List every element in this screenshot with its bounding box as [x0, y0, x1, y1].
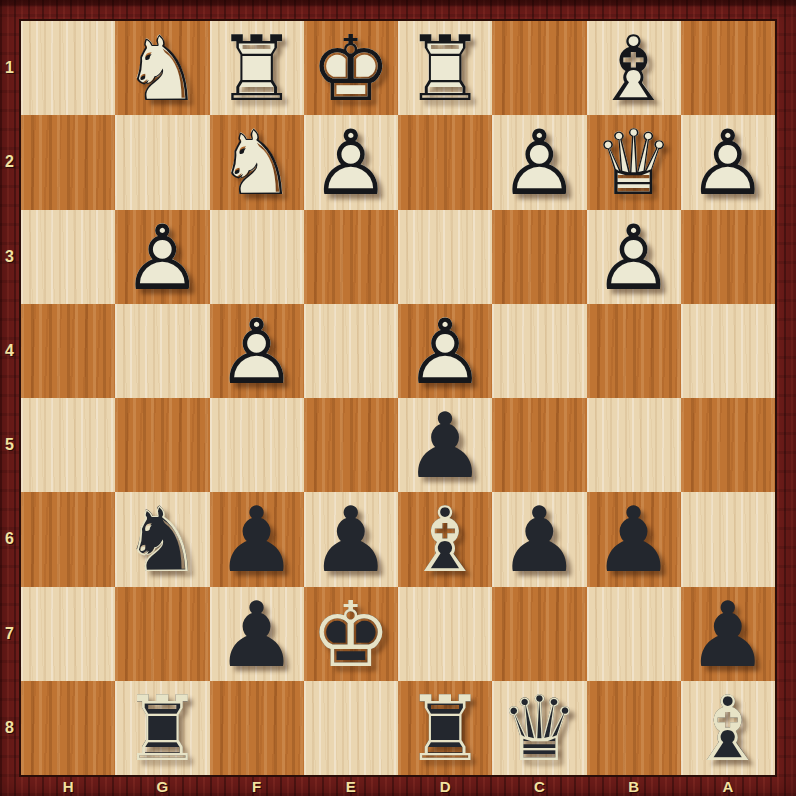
white-king-e1[interactable]: ♚♔	[304, 21, 398, 115]
square-a6[interactable]	[681, 492, 775, 586]
square-a2[interactable]: ♟♙	[681, 115, 775, 209]
square-g1[interactable]: ♞♘	[115, 21, 209, 115]
black-king-e7[interactable]: ♚♔	[304, 587, 398, 681]
square-g3[interactable]: ♟♙	[115, 210, 209, 304]
square-c2[interactable]: ♟♙	[492, 115, 586, 209]
file-label-b: B	[587, 777, 681, 796]
square-a7[interactable]: ♟	[681, 587, 775, 681]
white-pawn-detail-icon: ♙	[398, 305, 492, 399]
square-b3[interactable]: ♟♙	[587, 210, 681, 304]
white-queen-icon: ♛	[587, 116, 681, 210]
black-rook-d8[interactable]: ♜♖	[398, 681, 492, 775]
black-pawn-c6[interactable]: ♟	[492, 492, 586, 586]
chess-board: ♞♘♜♖♚♔♜♖♝♗♞♘♟♙♟♙♛♕♟♙♟♙♟♙♟♙♟♙♟♞♘♟♟♝♗♟♟♟♚♔…	[19, 19, 777, 777]
black-queen-c8[interactable]: ♛♕	[492, 681, 586, 775]
white-king-icon: ♚	[304, 22, 398, 116]
rank-label-5: 5	[0, 398, 19, 492]
square-g7[interactable]	[115, 587, 209, 681]
square-b4[interactable]	[587, 304, 681, 398]
black-pawn-icon: ♟	[587, 493, 681, 587]
white-bishop-b1[interactable]: ♝♗	[587, 21, 681, 115]
white-pawn-icon: ♟	[492, 116, 586, 210]
square-h5[interactable]	[21, 398, 115, 492]
black-pawn-icon: ♟	[210, 588, 304, 682]
black-king-icon: ♚	[304, 588, 398, 682]
black-pawn-icon: ♟	[398, 399, 492, 493]
file-label-e: E	[304, 777, 398, 796]
white-knight-detail-icon: ♘	[210, 116, 304, 210]
black-bishop-icon: ♝	[398, 493, 492, 587]
white-pawn-detail-icon: ♙	[587, 211, 681, 305]
rank-label-3: 3	[0, 210, 19, 304]
file-label-d: D	[398, 777, 492, 796]
white-rook-detail-icon: ♖	[398, 22, 492, 116]
square-e4[interactable]	[304, 304, 398, 398]
white-pawn-icon: ♟	[304, 116, 398, 210]
black-rook-detail-icon: ♖	[115, 682, 209, 776]
black-bishop-icon: ♝	[681, 682, 775, 776]
square-f3[interactable]	[210, 210, 304, 304]
square-h6[interactable]	[21, 492, 115, 586]
square-c7[interactable]	[492, 587, 586, 681]
square-d3[interactable]	[398, 210, 492, 304]
white-pawn-a2[interactable]: ♟♙	[681, 115, 775, 209]
square-h8[interactable]	[21, 681, 115, 775]
square-g6[interactable]: ♞♘	[115, 492, 209, 586]
black-pawn-e6[interactable]: ♟	[304, 492, 398, 586]
square-h1[interactable]	[21, 21, 115, 115]
white-pawn-g3[interactable]: ♟♙	[115, 210, 209, 304]
white-pawn-c2[interactable]: ♟♙	[492, 115, 586, 209]
white-knight-g1[interactable]: ♞♘	[115, 21, 209, 115]
white-rook-detail-icon: ♖	[210, 22, 304, 116]
square-d2[interactable]	[398, 115, 492, 209]
square-a5[interactable]	[681, 398, 775, 492]
square-c1[interactable]	[492, 21, 586, 115]
white-rook-f1[interactable]: ♜♖	[210, 21, 304, 115]
white-pawn-detail-icon: ♙	[681, 116, 775, 210]
square-f4[interactable]: ♟♙	[210, 304, 304, 398]
square-d1[interactable]: ♜♖	[398, 21, 492, 115]
white-pawn-d4[interactable]: ♟♙	[398, 304, 492, 398]
square-e5[interactable]	[304, 398, 398, 492]
white-pawn-icon: ♟	[398, 305, 492, 399]
square-f2[interactable]: ♞♘	[210, 115, 304, 209]
white-knight-icon: ♞	[115, 22, 209, 116]
square-b7[interactable]	[587, 587, 681, 681]
square-a1[interactable]	[681, 21, 775, 115]
white-pawn-detail-icon: ♙	[115, 211, 209, 305]
black-rook-icon: ♜	[398, 682, 492, 776]
white-pawn-icon: ♟	[681, 116, 775, 210]
white-rook-icon: ♜	[398, 22, 492, 116]
square-e2[interactable]: ♟♙	[304, 115, 398, 209]
file-label-h: H	[21, 777, 115, 796]
black-pawn-icon: ♟	[681, 588, 775, 682]
white-pawn-f4[interactable]: ♟♙	[210, 304, 304, 398]
white-knight-detail-icon: ♘	[115, 22, 209, 116]
square-c5[interactable]	[492, 398, 586, 492]
black-queen-detail-icon: ♕	[492, 682, 586, 776]
black-bishop-detail-icon: ♗	[681, 682, 775, 776]
square-a3[interactable]	[681, 210, 775, 304]
white-pawn-b3[interactable]: ♟♙	[587, 210, 681, 304]
white-pawn-detail-icon: ♙	[492, 116, 586, 210]
white-pawn-icon: ♟	[115, 211, 209, 305]
file-label-f: F	[210, 777, 304, 796]
square-f8[interactable]	[210, 681, 304, 775]
rank-label-6: 6	[0, 492, 19, 586]
square-f7[interactable]: ♟	[210, 587, 304, 681]
square-h4[interactable]	[21, 304, 115, 398]
white-pawn-detail-icon: ♙	[210, 305, 304, 399]
rank-label-7: 7	[0, 587, 19, 681]
square-d8[interactable]: ♜♖	[398, 681, 492, 775]
square-e7[interactable]: ♚♔	[304, 587, 398, 681]
black-queen-icon: ♛	[492, 682, 586, 776]
square-b5[interactable]	[587, 398, 681, 492]
file-label-a: A	[681, 777, 775, 796]
black-bishop-detail-icon: ♗	[398, 493, 492, 587]
black-pawn-d5[interactable]: ♟	[398, 398, 492, 492]
white-rook-d1[interactable]: ♜♖	[398, 21, 492, 115]
square-c4[interactable]	[492, 304, 586, 398]
square-h2[interactable]	[21, 115, 115, 209]
square-e8[interactable]	[304, 681, 398, 775]
black-pawn-icon: ♟	[210, 493, 304, 587]
black-pawn-f6[interactable]: ♟	[210, 492, 304, 586]
square-f1[interactable]: ♜♖	[210, 21, 304, 115]
black-pawn-a7[interactable]: ♟	[681, 587, 775, 681]
rank-label-1: 1	[0, 21, 19, 115]
square-h3[interactable]	[21, 210, 115, 304]
black-pawn-f7[interactable]: ♟	[210, 587, 304, 681]
white-pawn-detail-icon: ♙	[304, 116, 398, 210]
black-bishop-a8[interactable]: ♝♗	[681, 681, 775, 775]
square-e3[interactable]	[304, 210, 398, 304]
square-g2[interactable]	[115, 115, 209, 209]
rank-label-4: 4	[0, 304, 19, 398]
black-knight-icon: ♞	[115, 493, 209, 587]
square-b1[interactable]: ♝♗	[587, 21, 681, 115]
square-f5[interactable]	[210, 398, 304, 492]
black-pawn-icon: ♟	[304, 493, 398, 587]
black-pawn-icon: ♟	[492, 493, 586, 587]
rank-label-8: 8	[0, 681, 19, 775]
white-bishop-detail-icon: ♗	[587, 22, 681, 116]
square-b8[interactable]	[587, 681, 681, 775]
square-g4[interactable]	[115, 304, 209, 398]
board-frame: ♞♘♜♖♚♔♜♖♝♗♞♘♟♙♟♙♛♕♟♙♟♙♟♙♟♙♟♙♟♞♘♟♟♝♗♟♟♟♚♔…	[0, 0, 796, 796]
square-e6[interactable]: ♟	[304, 492, 398, 586]
square-d6[interactable]: ♝♗	[398, 492, 492, 586]
square-a4[interactable]	[681, 304, 775, 398]
square-g8[interactable]: ♜♖	[115, 681, 209, 775]
black-rook-icon: ♜	[115, 682, 209, 776]
file-labels: HGFEDCBA	[21, 777, 775, 796]
black-king-detail-icon: ♔	[304, 588, 398, 682]
black-rook-g8[interactable]: ♜♖	[115, 681, 209, 775]
square-c6[interactable]: ♟	[492, 492, 586, 586]
white-pawn-icon: ♟	[210, 305, 304, 399]
white-knight-f2[interactable]: ♞♘	[210, 115, 304, 209]
white-bishop-icon: ♝	[587, 22, 681, 116]
square-e1[interactable]: ♚♔	[304, 21, 398, 115]
black-knight-detail-icon: ♘	[115, 493, 209, 587]
rank-label-2: 2	[0, 115, 19, 209]
rank-labels: 12345678	[0, 21, 19, 775]
square-h7[interactable]	[21, 587, 115, 681]
square-c3[interactable]	[492, 210, 586, 304]
white-pawn-icon: ♟	[587, 211, 681, 305]
black-rook-detail-icon: ♖	[398, 682, 492, 776]
square-g5[interactable]	[115, 398, 209, 492]
black-knight-g6[interactable]: ♞♘	[115, 492, 209, 586]
white-queen-b2[interactable]: ♛♕	[587, 115, 681, 209]
file-label-c: C	[492, 777, 586, 796]
white-pawn-e2[interactable]: ♟♙	[304, 115, 398, 209]
white-queen-detail-icon: ♕	[587, 116, 681, 210]
black-bishop-d6[interactable]: ♝♗	[398, 492, 492, 586]
white-knight-icon: ♞	[210, 116, 304, 210]
square-a8[interactable]: ♝♗	[681, 681, 775, 775]
white-king-detail-icon: ♔	[304, 22, 398, 116]
square-d5[interactable]: ♟	[398, 398, 492, 492]
black-pawn-b6[interactable]: ♟	[587, 492, 681, 586]
square-d7[interactable]	[398, 587, 492, 681]
square-c8[interactable]: ♛♕	[492, 681, 586, 775]
white-rook-icon: ♜	[210, 22, 304, 116]
square-f6[interactable]: ♟	[210, 492, 304, 586]
square-d4[interactable]: ♟♙	[398, 304, 492, 398]
square-b6[interactable]: ♟	[587, 492, 681, 586]
square-b2[interactable]: ♛♕	[587, 115, 681, 209]
file-label-g: G	[115, 777, 209, 796]
